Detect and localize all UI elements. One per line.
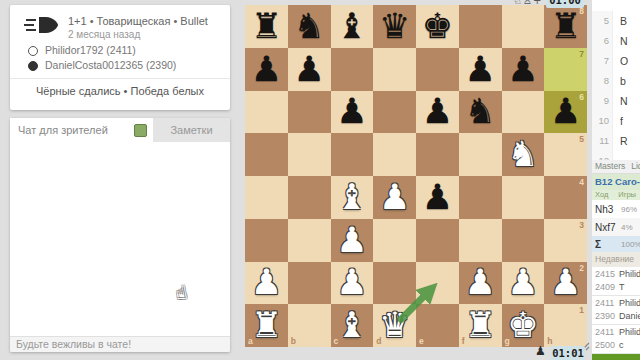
square-b2[interactable] (288, 262, 331, 305)
game-title: 1+1 • Товарищеская • Bullet (68, 15, 208, 27)
game-result: Чёрные сдались • Победа белых (10, 78, 230, 97)
recent-games-header: Недавние (592, 252, 640, 267)
rank-label-4: 4 (579, 178, 584, 187)
recent-games-list: 2415 Philidor1792 2409 T 2411 Philidor17… (592, 267, 640, 354)
move-list[interactable]: 5 B 6 N 7 O 8 b 9 N 10 f 11 R 12 (592, 0, 640, 160)
black-knight-b8[interactable]: ♞ (293, 9, 324, 44)
square-b4[interactable] (288, 176, 331, 219)
black-pawn-c6[interactable]: ♟ (336, 94, 367, 129)
square-h2[interactable]: 2♟ (544, 262, 587, 305)
white-color-icon (28, 46, 38, 56)
tab-spectator-chat[interactable]: Чат для зрителей (10, 118, 153, 142)
square-d8[interactable]: ♛ (373, 5, 416, 48)
chat-toggle-icon[interactable] (134, 124, 147, 137)
square-e6[interactable]: ♟ (416, 91, 459, 134)
right-panel: 5 B 6 N 7 O 8 b 9 N 10 f 11 R 12 Masters… (592, 0, 640, 360)
white-pawn-c2[interactable]: ♟ (336, 265, 367, 300)
square-e8[interactable]: ♚ (416, 5, 459, 48)
result-green-bar (592, 354, 640, 360)
square-b6[interactable] (288, 91, 331, 134)
black-color-icon (28, 61, 38, 71)
move-row-12[interactable]: 12 (592, 151, 640, 160)
square-f3[interactable] (459, 219, 502, 262)
square-d5[interactable] (373, 133, 416, 176)
rank-label-2: 2 (579, 264, 584, 273)
black-pawn-h6[interactable]: ♟ (550, 94, 581, 129)
move-row-5[interactable]: 5 B (592, 11, 640, 31)
square-d1[interactable]: d♛ (373, 304, 416, 347)
square-a5[interactable] (245, 133, 288, 176)
move-row-9[interactable]: 9 N (592, 91, 640, 111)
white-pawn-h2[interactable]: ♟ (550, 265, 581, 300)
square-d6[interactable] (373, 91, 416, 134)
file-label-f: f (462, 337, 465, 346)
tab-spectator-chat-label: Чат для зрителей (18, 124, 108, 136)
square-c3[interactable]: ♟ (331, 219, 374, 262)
black-pawn-e6[interactable]: ♟ (422, 94, 453, 129)
square-f2[interactable]: ♟ (459, 262, 502, 305)
square-g1[interactable]: g♚ (502, 304, 545, 347)
col-games: Игры (618, 190, 636, 199)
white-bishop-c4[interactable]: ♝ (336, 180, 367, 215)
clock-bottom: 01:01 (551, 346, 585, 360)
square-g4[interactable] (502, 176, 545, 219)
player-white[interactable]: Philidor1792 (2411) (10, 43, 230, 58)
chat-tabs: Чат для зрителей Заметки (10, 118, 230, 142)
black-pawn-a7[interactable]: ♟ (251, 52, 282, 87)
square-f8[interactable] (459, 5, 502, 48)
square-h3[interactable]: 3 (544, 219, 587, 262)
bullet-icon (24, 13, 60, 41)
player-black-label: DanielCosta0012365 (2390) (45, 59, 176, 72)
recent-game-1[interactable]: 2415 Philidor1792 2409 T (592, 267, 640, 296)
white-pawn-a2[interactable]: ♟ (251, 265, 282, 300)
chat-input[interactable]: Будьте вежливы в чате! (10, 336, 230, 352)
white-king-g1[interactable]: ♚ (507, 308, 538, 343)
rank-label-5: 5 (579, 135, 584, 144)
square-b1[interactable]: b (288, 304, 331, 347)
square-h8[interactable]: 8♜ (544, 5, 587, 48)
square-e5[interactable] (416, 133, 459, 176)
square-f1[interactable]: f♜ (459, 304, 502, 347)
square-e1[interactable]: e (416, 304, 459, 347)
captured-pieces-top: ♘♙+ (513, 0, 542, 6)
square-a7[interactable]: ♟ (245, 48, 288, 91)
rank-label-3: 3 (579, 221, 584, 230)
square-h4[interactable]: 4 (544, 176, 587, 219)
square-a8[interactable]: ♜ (245, 5, 288, 48)
square-c1[interactable]: c♝ (331, 304, 374, 347)
explorer-tabs: MastersLichess (592, 160, 640, 174)
white-pawn-g2[interactable]: ♟ (507, 265, 538, 300)
square-a2[interactable]: ♟ (245, 262, 288, 305)
black-pawn-g7[interactable]: ♟ (507, 52, 538, 87)
file-label-b: b (291, 337, 296, 346)
square-b7[interactable]: ♟ (288, 48, 331, 91)
black-rook-h8[interactable]: ♜ (550, 9, 581, 44)
square-c4[interactable]: ♝ (331, 176, 374, 219)
square-d7[interactable] (373, 48, 416, 91)
opening-name: B12 Caro-Kann (592, 174, 640, 190)
player-white-label: Philidor1792 (2411) (45, 44, 136, 57)
square-c2[interactable]: ♟ (331, 262, 374, 305)
chess-board[interactable]: ♜♞♝♛♚8♜♟♟♟♟7♟♟♞6♟♞5♝♟♟4♟3♟♟♟♟2♟a♜bc♝d♛ef… (245, 5, 587, 347)
square-e3[interactable] (416, 219, 459, 262)
clock-top: 01:00 (546, 0, 584, 8)
col-move: Ход (595, 190, 608, 199)
file-label-h: h (547, 337, 552, 346)
square-f7[interactable]: ♟ (459, 48, 502, 91)
recent-game-2[interactable]: 2411 Philidor1792 2390 DanielCosta001236… (592, 296, 640, 325)
square-b5[interactable] (288, 133, 331, 176)
square-a3[interactable] (245, 219, 288, 262)
square-a4[interactable] (245, 176, 288, 219)
white-rook-a1[interactable]: ♜ (251, 308, 282, 343)
file-label-c: c (334, 337, 339, 346)
white-bishop-c1[interactable]: ♝ (336, 308, 367, 343)
square-f4[interactable] (459, 176, 502, 219)
black-queen-d8[interactable]: ♛ (379, 9, 410, 44)
square-a6[interactable] (245, 91, 288, 134)
captured-pawn-icon: ♟ (535, 344, 546, 358)
black-king-e8[interactable]: ♚ (422, 9, 453, 44)
black-knight-f6[interactable]: ♞ (464, 94, 495, 129)
square-e7[interactable] (416, 48, 459, 91)
square-c5[interactable] (331, 133, 374, 176)
move-row-6[interactable]: 6 N (592, 31, 640, 51)
recent-game-3[interactable]: 2411 Philidor1792 2500 c (592, 325, 640, 354)
tab-lichess[interactable]: Lichess (631, 161, 640, 171)
white-pawn-f2[interactable]: ♟ (464, 265, 495, 300)
square-b8[interactable]: ♞ (288, 5, 331, 48)
rank-label-1: 1 (579, 306, 584, 315)
file-label-e: e (419, 337, 424, 346)
explorer-total-row: Σ 100% (592, 236, 640, 252)
game-info-card: 1+1 • Товарищеская • Bullet 2 месяца наз… (10, 5, 230, 110)
explorer-move-Nxf7[interactable]: Nxf7 4% (592, 218, 640, 236)
square-c6[interactable]: ♟ (331, 91, 374, 134)
square-d4[interactable]: ♟ (373, 176, 416, 219)
move-row-10[interactable]: 10 f (592, 111, 640, 131)
black-bishop-c8[interactable]: ♝ (336, 9, 367, 44)
tab-masters[interactable]: Masters (595, 161, 625, 171)
black-pawn-e4[interactable]: ♟ (422, 180, 453, 215)
square-g6[interactable] (502, 91, 545, 134)
square-g7[interactable]: ♟ (502, 48, 545, 91)
rank-label-8: 8 (579, 7, 584, 16)
white-pawn-c3[interactable]: ♟ (336, 223, 367, 258)
explorer-columns: ХодИгры (592, 190, 640, 200)
square-a1[interactable]: a♜ (245, 304, 288, 347)
file-label-d: d (376, 337, 381, 346)
square-d3[interactable] (373, 219, 416, 262)
square-g3[interactable] (502, 219, 545, 262)
square-f5[interactable] (459, 133, 502, 176)
move-row-11[interactable]: 11 R (592, 131, 640, 151)
white-pawn-d4[interactable]: ♟ (379, 180, 410, 215)
square-b3[interactable] (288, 219, 331, 262)
move-row-8[interactable]: 8 b (592, 71, 640, 91)
total-pct: 100% (621, 240, 640, 249)
game-date: 2 месяца назад (68, 29, 208, 40)
tab-notes-label: Заметки (170, 124, 212, 136)
total-symbol: Σ (592, 239, 621, 250)
square-c7[interactable] (331, 48, 374, 91)
square-c8[interactable]: ♝ (331, 5, 374, 48)
tab-notes[interactable]: Заметки (153, 118, 230, 142)
chat-messages (10, 142, 230, 336)
rank-label-7: 7 (579, 50, 584, 59)
move-row-7[interactable]: 7 O (592, 51, 640, 71)
black-pawn-b7[interactable]: ♟ (293, 52, 324, 87)
square-g2[interactable]: ♟ (502, 262, 545, 305)
rank-label-6: 6 (579, 93, 584, 102)
white-knight-g5[interactable]: ♞ (507, 137, 538, 172)
square-d2[interactable] (373, 262, 416, 305)
square-h5[interactable]: 5 (544, 133, 587, 176)
white-rook-f1[interactable]: ♜ (464, 308, 495, 343)
square-h7[interactable]: 7 (544, 48, 587, 91)
square-g8[interactable] (502, 5, 545, 48)
file-label-g: g (505, 337, 510, 346)
square-f6[interactable]: ♞ (459, 91, 502, 134)
square-h6[interactable]: 6♟ (544, 91, 587, 134)
white-queen-d1[interactable]: ♛ (379, 308, 410, 343)
explorer-rows: Nh3 96% Nxf7 4% (592, 200, 640, 236)
black-pawn-f7[interactable]: ♟ (464, 52, 495, 87)
square-g5[interactable]: ♞ (502, 133, 545, 176)
player-black[interactable]: DanielCosta0012365 (2390) (10, 58, 230, 73)
square-e2[interactable] (416, 262, 459, 305)
chat-card: Чат для зрителей Заметки Будьте вежливы … (10, 118, 230, 352)
explorer-move-Nh3[interactable]: Nh3 96% (592, 200, 640, 218)
file-label-a: a (248, 337, 253, 346)
square-e4[interactable]: ♟ (416, 176, 459, 219)
black-rook-a8[interactable]: ♜ (251, 9, 282, 44)
